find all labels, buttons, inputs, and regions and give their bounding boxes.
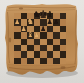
wood-knot [19,7,23,9]
wood-knot [60,66,65,69]
wood-knot [9,38,11,43]
square-h1[interactable] [60,58,67,64]
chessboard-photo: ♞♚♝♟♞♟♟♟♟♝♟ [0,0,84,83]
chess-board: ♞♚♝♟♞♟♟♟♟♝♟ [14,13,66,64]
